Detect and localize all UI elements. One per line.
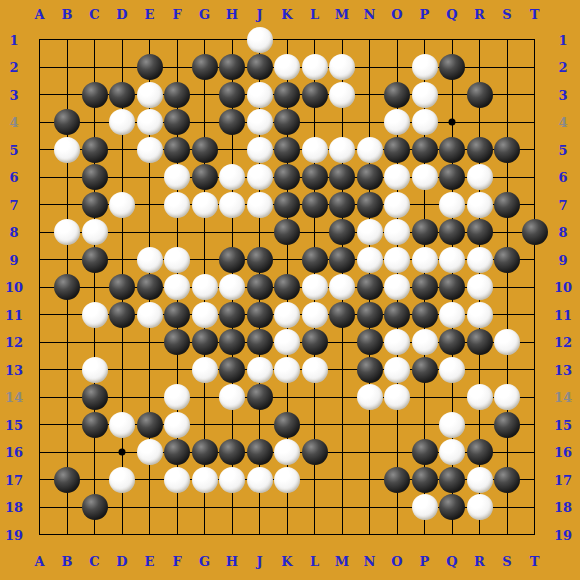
white-stone-Q13[interactable]	[439, 357, 465, 383]
black-stone-R5[interactable]	[467, 137, 493, 163]
row-label-left-14: 14	[5, 391, 23, 404]
col-label-bottom-G: G	[199, 555, 210, 568]
row-label-left-19: 19	[5, 528, 23, 541]
black-stone-S15[interactable]	[494, 412, 520, 438]
row-label-right-6: 6	[558, 171, 567, 184]
white-stone-P4[interactable]	[412, 109, 438, 135]
white-stone-N14[interactable]	[357, 384, 383, 410]
white-stone-G7[interactable]	[192, 192, 218, 218]
row-label-right-19: 19	[554, 528, 572, 541]
row-label-left-18: 18	[5, 501, 23, 514]
black-stone-H2[interactable]	[219, 54, 245, 80]
white-stone-O4[interactable]	[384, 109, 410, 135]
white-stone-D7[interactable]	[109, 192, 135, 218]
col-label-top-C: C	[89, 8, 99, 21]
black-stone-N13[interactable]	[357, 357, 383, 383]
col-label-top-O: O	[391, 8, 402, 21]
white-stone-J13[interactable]	[247, 357, 273, 383]
white-stone-K12[interactable]	[274, 329, 300, 355]
white-stone-J7[interactable]	[247, 192, 273, 218]
black-stone-J9[interactable]	[247, 247, 273, 273]
black-stone-Q2[interactable]	[439, 54, 465, 80]
white-stone-O7[interactable]	[384, 192, 410, 218]
row-label-left-11: 11	[5, 308, 23, 321]
col-label-bottom-A: A	[34, 555, 44, 568]
white-stone-J5[interactable]	[247, 137, 273, 163]
col-label-top-L: L	[310, 8, 319, 21]
row-label-left-6: 6	[9, 171, 18, 184]
white-stone-P18[interactable]	[412, 494, 438, 520]
row-label-right-18: 18	[554, 501, 572, 514]
star-point-Q4	[449, 119, 456, 126]
grid-line-vertical	[507, 39, 508, 535]
white-stone-L10[interactable]	[302, 274, 328, 300]
grid-line-horizontal	[39, 397, 535, 398]
row-label-right-2: 2	[558, 61, 567, 74]
col-label-top-T: T	[530, 8, 540, 21]
black-stone-Q8[interactable]	[439, 219, 465, 245]
white-stone-E11[interactable]	[137, 302, 163, 328]
black-stone-L12[interactable]	[302, 329, 328, 355]
black-stone-E15[interactable]	[137, 412, 163, 438]
black-stone-F5[interactable]	[164, 137, 190, 163]
white-stone-H6[interactable]	[219, 164, 245, 190]
white-stone-R14[interactable]	[467, 384, 493, 410]
black-stone-R3[interactable]	[467, 82, 493, 108]
col-label-bottom-M: M	[335, 555, 349, 568]
white-stone-K17[interactable]	[274, 467, 300, 493]
black-stone-J11[interactable]	[247, 302, 273, 328]
row-label-left-7: 7	[9, 198, 18, 211]
white-stone-O13[interactable]	[384, 357, 410, 383]
black-stone-F4[interactable]	[164, 109, 190, 135]
white-stone-G13[interactable]	[192, 357, 218, 383]
grid-line-vertical	[534, 39, 535, 535]
black-stone-H11[interactable]	[219, 302, 245, 328]
black-stone-M6[interactable]	[329, 164, 355, 190]
white-stone-M5[interactable]	[329, 137, 355, 163]
black-stone-E2[interactable]	[137, 54, 163, 80]
black-stone-M8[interactable]	[329, 219, 355, 245]
black-stone-D3[interactable]	[109, 82, 135, 108]
white-stone-K13[interactable]	[274, 357, 300, 383]
row-label-left-3: 3	[9, 88, 18, 101]
row-label-right-17: 17	[554, 473, 572, 486]
black-stone-K10[interactable]	[274, 274, 300, 300]
white-stone-Q9[interactable]	[439, 247, 465, 273]
black-stone-R16[interactable]	[467, 439, 493, 465]
row-label-left-8: 8	[9, 226, 18, 239]
white-stone-L2[interactable]	[302, 54, 328, 80]
black-stone-N10[interactable]	[357, 274, 383, 300]
row-label-right-13: 13	[554, 363, 572, 376]
black-stone-O11[interactable]	[384, 302, 410, 328]
black-stone-P5[interactable]	[412, 137, 438, 163]
black-stone-M9[interactable]	[329, 247, 355, 273]
col-label-top-G: G	[199, 8, 210, 21]
white-stone-E4[interactable]	[137, 109, 163, 135]
white-stone-O9[interactable]	[384, 247, 410, 273]
white-stone-J6[interactable]	[247, 164, 273, 190]
col-label-bottom-P: P	[420, 555, 430, 568]
black-stone-K8[interactable]	[274, 219, 300, 245]
black-stone-Q10[interactable]	[439, 274, 465, 300]
black-stone-H4[interactable]	[219, 109, 245, 135]
row-label-right-10: 10	[554, 281, 572, 294]
black-stone-Q18[interactable]	[439, 494, 465, 520]
col-label-bottom-D: D	[116, 555, 127, 568]
white-stone-E5[interactable]	[137, 137, 163, 163]
black-stone-J10[interactable]	[247, 274, 273, 300]
black-stone-K7[interactable]	[274, 192, 300, 218]
col-label-top-K: K	[281, 8, 292, 21]
white-stone-O8[interactable]	[384, 219, 410, 245]
black-stone-P10[interactable]	[412, 274, 438, 300]
white-stone-J3[interactable]	[247, 82, 273, 108]
white-stone-M2[interactable]	[329, 54, 355, 80]
white-stone-S12[interactable]	[494, 329, 520, 355]
black-stone-K3[interactable]	[274, 82, 300, 108]
black-stone-Q12[interactable]	[439, 329, 465, 355]
black-stone-P11[interactable]	[412, 302, 438, 328]
white-stone-K11[interactable]	[274, 302, 300, 328]
black-stone-Q5[interactable]	[439, 137, 465, 163]
black-stone-N6[interactable]	[357, 164, 383, 190]
black-stone-N12[interactable]	[357, 329, 383, 355]
white-stone-H14[interactable]	[219, 384, 245, 410]
col-label-top-R: R	[474, 8, 485, 21]
black-stone-L7[interactable]	[302, 192, 328, 218]
black-stone-J16[interactable]	[247, 439, 273, 465]
white-stone-D15[interactable]	[109, 412, 135, 438]
black-stone-N11[interactable]	[357, 302, 383, 328]
col-label-top-F: F	[172, 8, 181, 21]
white-stone-Q11[interactable]	[439, 302, 465, 328]
black-stone-S17[interactable]	[494, 467, 520, 493]
white-stone-J1[interactable]	[247, 27, 273, 53]
black-stone-O17[interactable]	[384, 467, 410, 493]
col-label-bottom-B: B	[62, 555, 73, 568]
row-label-left-1: 1	[9, 33, 18, 46]
col-label-bottom-K: K	[281, 555, 292, 568]
row-label-right-12: 12	[554, 336, 572, 349]
white-stone-P12[interactable]	[412, 329, 438, 355]
black-stone-H3[interactable]	[219, 82, 245, 108]
col-label-bottom-O: O	[391, 555, 402, 568]
black-stone-P16[interactable]	[412, 439, 438, 465]
black-stone-P13[interactable]	[412, 357, 438, 383]
row-label-left-5: 5	[9, 143, 18, 156]
white-stone-O6[interactable]	[384, 164, 410, 190]
row-label-right-11: 11	[554, 308, 572, 321]
black-stone-C3[interactable]	[82, 82, 108, 108]
white-stone-F6[interactable]	[164, 164, 190, 190]
black-stone-D11[interactable]	[109, 302, 135, 328]
star-point-D16	[119, 449, 126, 456]
black-stone-J2[interactable]	[247, 54, 273, 80]
white-stone-F9[interactable]	[164, 247, 190, 273]
white-stone-C8[interactable]	[82, 219, 108, 245]
col-label-top-A: A	[34, 8, 44, 21]
black-stone-O3[interactable]	[384, 82, 410, 108]
black-stone-B10[interactable]	[54, 274, 80, 300]
white-stone-B8[interactable]	[54, 219, 80, 245]
col-label-bottom-E: E	[145, 555, 155, 568]
row-label-right-1: 1	[558, 33, 567, 46]
white-stone-G10[interactable]	[192, 274, 218, 300]
white-stone-F7[interactable]	[164, 192, 190, 218]
white-stone-J4[interactable]	[247, 109, 273, 135]
black-stone-D10[interactable]	[109, 274, 135, 300]
black-stone-H12[interactable]	[219, 329, 245, 355]
white-stone-E16[interactable]	[137, 439, 163, 465]
row-label-left-17: 17	[5, 473, 23, 486]
white-stone-R9[interactable]	[467, 247, 493, 273]
black-stone-F16[interactable]	[164, 439, 190, 465]
col-label-top-D: D	[116, 8, 127, 21]
black-stone-L3[interactable]	[302, 82, 328, 108]
col-label-top-Q: Q	[446, 8, 457, 21]
white-stone-G11[interactable]	[192, 302, 218, 328]
col-label-top-J: J	[256, 8, 262, 21]
white-stone-Q16[interactable]	[439, 439, 465, 465]
white-stone-R6[interactable]	[467, 164, 493, 190]
col-label-top-M: M	[335, 8, 349, 21]
black-stone-G2[interactable]	[192, 54, 218, 80]
col-label-top-S: S	[502, 8, 511, 21]
black-stone-S5[interactable]	[494, 137, 520, 163]
white-stone-D4[interactable]	[109, 109, 135, 135]
white-stone-R11[interactable]	[467, 302, 493, 328]
white-stone-R7[interactable]	[467, 192, 493, 218]
row-label-right-5: 5	[558, 143, 567, 156]
white-stone-K2[interactable]	[274, 54, 300, 80]
col-label-bottom-H: H	[226, 555, 238, 568]
black-stone-B17[interactable]	[54, 467, 80, 493]
black-stone-P8[interactable]	[412, 219, 438, 245]
black-stone-L9[interactable]	[302, 247, 328, 273]
black-stone-O5[interactable]	[384, 137, 410, 163]
white-stone-M3[interactable]	[329, 82, 355, 108]
white-stone-F17[interactable]	[164, 467, 190, 493]
grid-line-horizontal	[39, 534, 535, 535]
black-stone-F3[interactable]	[164, 82, 190, 108]
col-label-bottom-Q: Q	[446, 555, 457, 568]
white-stone-H10[interactable]	[219, 274, 245, 300]
black-stone-C18[interactable]	[82, 494, 108, 520]
black-stone-H9[interactable]	[219, 247, 245, 273]
black-stone-K15[interactable]	[274, 412, 300, 438]
white-stone-H17[interactable]	[219, 467, 245, 493]
black-stone-N7[interactable]	[357, 192, 383, 218]
col-label-bottom-N: N	[364, 555, 376, 568]
col-label-top-B: B	[62, 8, 73, 21]
white-stone-P9[interactable]	[412, 247, 438, 273]
white-stone-C13[interactable]	[82, 357, 108, 383]
black-stone-M11[interactable]	[329, 302, 355, 328]
white-stone-O14[interactable]	[384, 384, 410, 410]
row-label-left-13: 13	[5, 363, 23, 376]
white-stone-B5[interactable]	[54, 137, 80, 163]
row-label-left-2: 2	[9, 61, 18, 74]
white-stone-K16[interactable]	[274, 439, 300, 465]
black-stone-R8[interactable]	[467, 219, 493, 245]
white-stone-Q15[interactable]	[439, 412, 465, 438]
row-label-right-4: 4	[558, 116, 567, 129]
white-stone-E9[interactable]	[137, 247, 163, 273]
white-stone-R18[interactable]	[467, 494, 493, 520]
white-stone-F15[interactable]	[164, 412, 190, 438]
black-stone-G5[interactable]	[192, 137, 218, 163]
white-stone-N9[interactable]	[357, 247, 383, 273]
black-stone-G6[interactable]	[192, 164, 218, 190]
white-stone-S14[interactable]	[494, 384, 520, 410]
black-stone-C7[interactable]	[82, 192, 108, 218]
white-stone-J17[interactable]	[247, 467, 273, 493]
black-stone-R12[interactable]	[467, 329, 493, 355]
row-label-right-3: 3	[558, 88, 567, 101]
black-stone-P17[interactable]	[412, 467, 438, 493]
white-stone-R10[interactable]	[467, 274, 493, 300]
col-label-bottom-F: F	[172, 555, 181, 568]
white-stone-M10[interactable]	[329, 274, 355, 300]
white-stone-O12[interactable]	[384, 329, 410, 355]
black-stone-J14[interactable]	[247, 384, 273, 410]
col-label-bottom-J: J	[256, 555, 262, 568]
black-stone-H13[interactable]	[219, 357, 245, 383]
black-stone-F11[interactable]	[164, 302, 190, 328]
white-stone-L11[interactable]	[302, 302, 328, 328]
black-stone-C9[interactable]	[82, 247, 108, 273]
black-stone-T8[interactable]	[522, 219, 548, 245]
col-label-top-H: H	[226, 8, 238, 21]
row-label-right-16: 16	[554, 446, 572, 459]
white-stone-D17[interactable]	[109, 467, 135, 493]
black-stone-M7[interactable]	[329, 192, 355, 218]
black-stone-H16[interactable]	[219, 439, 245, 465]
col-label-bottom-C: C	[89, 555, 99, 568]
white-stone-L5[interactable]	[302, 137, 328, 163]
row-label-right-8: 8	[558, 226, 567, 239]
black-stone-S7[interactable]	[494, 192, 520, 218]
row-label-left-10: 10	[5, 281, 23, 294]
row-label-left-4: 4	[9, 116, 18, 129]
row-label-left-9: 9	[9, 253, 18, 266]
white-stone-O10[interactable]	[384, 274, 410, 300]
black-stone-K4[interactable]	[274, 109, 300, 135]
white-stone-P3[interactable]	[412, 82, 438, 108]
white-stone-R17[interactable]	[467, 467, 493, 493]
white-stone-N5[interactable]	[357, 137, 383, 163]
go-board: AABBCCDDEEFFGGHHJJKKLLMMNNOOPPQQRRSSTT11…	[0, 0, 580, 580]
black-stone-G12[interactable]	[192, 329, 218, 355]
col-label-bottom-T: T	[530, 555, 540, 568]
row-label-right-14: 14	[554, 391, 572, 404]
col-label-bottom-R: R	[474, 555, 485, 568]
black-stone-K5[interactable]	[274, 137, 300, 163]
white-stone-Q7[interactable]	[439, 192, 465, 218]
black-stone-C5[interactable]	[82, 137, 108, 163]
col-label-bottom-L: L	[310, 555, 319, 568]
black-stone-B4[interactable]	[54, 109, 80, 135]
black-stone-L6[interactable]	[302, 164, 328, 190]
black-stone-K6[interactable]	[274, 164, 300, 190]
white-stone-C11[interactable]	[82, 302, 108, 328]
black-stone-C14[interactable]	[82, 384, 108, 410]
row-label-right-7: 7	[558, 198, 567, 211]
black-stone-G16[interactable]	[192, 439, 218, 465]
white-stone-F10[interactable]	[164, 274, 190, 300]
black-stone-Q6[interactable]	[439, 164, 465, 190]
black-stone-C15[interactable]	[82, 412, 108, 438]
white-stone-P2[interactable]	[412, 54, 438, 80]
black-stone-E10[interactable]	[137, 274, 163, 300]
col-label-top-P: P	[420, 8, 430, 21]
row-label-left-12: 12	[5, 336, 23, 349]
white-stone-G17[interactable]	[192, 467, 218, 493]
black-stone-S9[interactable]	[494, 247, 520, 273]
col-label-top-N: N	[364, 8, 376, 21]
white-stone-E3[interactable]	[137, 82, 163, 108]
black-stone-C6[interactable]	[82, 164, 108, 190]
white-stone-H7[interactable]	[219, 192, 245, 218]
white-stone-L13[interactable]	[302, 357, 328, 383]
row-label-left-16: 16	[5, 446, 23, 459]
row-label-right-15: 15	[554, 418, 572, 431]
black-stone-F12[interactable]	[164, 329, 190, 355]
row-label-right-9: 9	[558, 253, 567, 266]
black-stone-J12[interactable]	[247, 329, 273, 355]
white-stone-P6[interactable]	[412, 164, 438, 190]
black-stone-L16[interactable]	[302, 439, 328, 465]
white-stone-F14[interactable]	[164, 384, 190, 410]
row-label-left-15: 15	[5, 418, 23, 431]
col-label-top-E: E	[145, 8, 155, 21]
black-stone-Q17[interactable]	[439, 467, 465, 493]
white-stone-N8[interactable]	[357, 219, 383, 245]
col-label-bottom-S: S	[502, 555, 511, 568]
